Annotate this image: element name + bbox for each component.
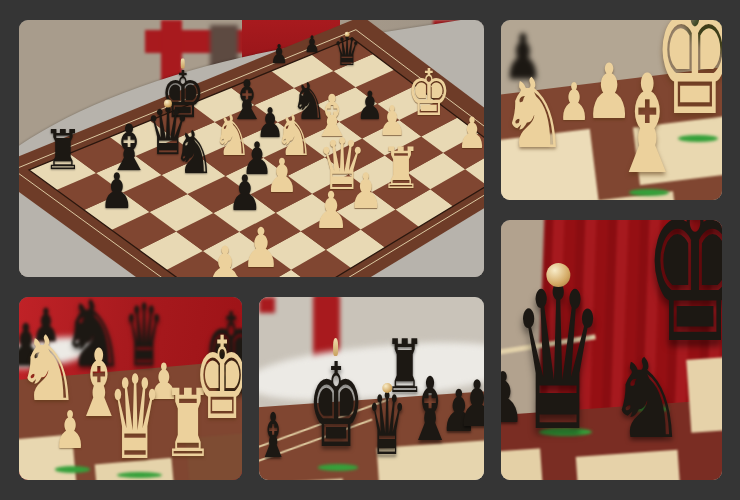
green-felt-base xyxy=(117,472,162,478)
green-felt-base xyxy=(539,428,592,436)
piece-white-knight: ♞ xyxy=(207,107,257,163)
board-pieces-layer: ♜♚♝♛♝♟♞♞♟♞♟♞♝♟♟♟♟♚♛♟♟♟♟♜♟ xyxy=(19,20,484,277)
piece-black-pawn: ♟ xyxy=(223,169,267,218)
photo-full-board-angled[interactable]: ♟♟♛ ♜♚♝♛♝♟♞♞♟♞♟♞♝♟♟♟♟♚♛♟♟♟♟♜♟ xyxy=(19,20,484,277)
piece-black-bishop: ♝ xyxy=(100,116,157,180)
red-chair-corner xyxy=(259,297,275,313)
piece-black-knight: ♞ xyxy=(286,76,332,127)
piece-black-pawn: ♟ xyxy=(252,103,289,144)
piece-black-rook: ♜ xyxy=(38,122,87,177)
piece-black-knight: ♞ xyxy=(167,122,220,181)
piece-black-pawn: ♟ xyxy=(352,86,387,125)
photo-ebonized-army-closeup[interactable]: ♜♝♚♛♝♟♟ xyxy=(259,297,484,480)
product-photo-collage: ♟♟♛ ♜♚♝♛♝♟♞♞♟♞♟♞♝♟♟♟♟♚♛♟♟♟♟♜♟ ♟♟♞♟♝♚ ♟♟♞… xyxy=(0,0,740,500)
piece-white-bishop: ♝ xyxy=(306,87,358,145)
piece-white-queen: ♛ xyxy=(310,129,374,200)
piece-white-rook: ♜ xyxy=(376,140,427,197)
photo-boxwood-army-closeup[interactable]: ♟♟♞♛♚♞♝♟♟♜♛♚ xyxy=(19,297,242,480)
board-surface xyxy=(259,391,484,480)
piece-black-pawn: ♟ xyxy=(237,135,277,180)
piece-white-pawn: ♟ xyxy=(452,112,484,155)
piece-white-pawn: ♟ xyxy=(236,221,285,276)
piece-white-pawn: ♟ xyxy=(344,167,388,216)
green-felt-base xyxy=(55,466,91,472)
green-felt-base xyxy=(318,464,359,470)
photo-ebonized-queen-knight-closeup[interactable]: ♟♚♞♛ xyxy=(501,220,722,480)
piece-white-pawn: ♟ xyxy=(308,185,354,236)
piece-white-knight: ♞ xyxy=(269,107,319,163)
piece-white-pawn: ♟ xyxy=(260,152,302,199)
piece-black-bishop: ♝ xyxy=(222,73,271,128)
piece-white-pawn: ♟ xyxy=(373,101,410,142)
piece-black-queen: ♛ xyxy=(139,98,197,163)
piece-white-king: ♚ xyxy=(400,61,457,125)
photo-boxwood-closeup[interactable]: ♟♟♞♟♝♚ xyxy=(501,20,722,200)
piece-white-pawn: ♟ xyxy=(200,239,251,277)
piece-black-king: ♚ xyxy=(154,64,211,128)
piece-black-pawn: ♟ xyxy=(95,167,139,216)
board-surface xyxy=(19,359,242,480)
